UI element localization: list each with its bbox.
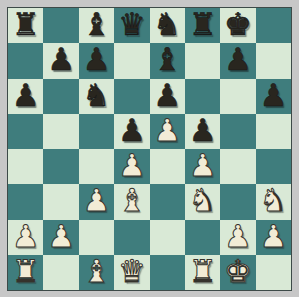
piece-white-bishop: ♝ xyxy=(118,185,146,216)
piece-black-pawn: ♟ xyxy=(259,80,287,111)
piece-black-rook: ♜ xyxy=(189,9,217,40)
piece-white-pawn: ♟ xyxy=(83,185,111,216)
square-e8[interactable]: ♞ xyxy=(150,8,185,43)
square-c7[interactable]: ♟ xyxy=(79,43,114,78)
square-d8[interactable]: ♛ xyxy=(114,8,149,43)
square-h8[interactable] xyxy=(256,8,291,43)
square-g8[interactable]: ♚ xyxy=(220,8,255,43)
square-h7[interactable] xyxy=(256,43,291,78)
piece-white-bishop: ♝ xyxy=(83,256,111,287)
piece-white-pawn: ♟ xyxy=(47,221,75,252)
chess-board: ♜♝♛♞♜♚♟♟♝♟♟♞♟♟♟♟♟♟♟♟♝♞♞♟♟♟♟♜♝♛♜♚ xyxy=(8,8,291,290)
square-a6[interactable]: ♟ xyxy=(8,79,43,114)
square-c5[interactable] xyxy=(79,114,114,149)
square-e2[interactable] xyxy=(150,220,185,255)
square-h6[interactable]: ♟ xyxy=(256,79,291,114)
square-f8[interactable]: ♜ xyxy=(185,8,220,43)
square-e6[interactable]: ♟ xyxy=(150,79,185,114)
chess-board-frame: ♜♝♛♞♜♚♟♟♝♟♟♞♟♟♟♟♟♟♟♟♝♞♞♟♟♟♟♜♝♛♜♚ xyxy=(7,7,292,291)
piece-black-pawn: ♟ xyxy=(118,115,146,146)
square-a3[interactable] xyxy=(8,184,43,219)
piece-black-pawn: ♟ xyxy=(189,115,217,146)
square-h4[interactable] xyxy=(256,149,291,184)
square-c2[interactable] xyxy=(79,220,114,255)
square-h1[interactable] xyxy=(256,255,291,290)
square-e4[interactable] xyxy=(150,149,185,184)
piece-black-king: ♚ xyxy=(224,9,252,40)
square-d4[interactable]: ♟ xyxy=(114,149,149,184)
piece-white-knight: ♞ xyxy=(259,185,287,216)
square-e1[interactable] xyxy=(150,255,185,290)
piece-white-pawn: ♟ xyxy=(12,221,40,252)
piece-white-king: ♚ xyxy=(224,256,252,287)
square-a4[interactable] xyxy=(8,149,43,184)
piece-black-pawn: ♟ xyxy=(224,44,252,75)
piece-white-pawn: ♟ xyxy=(118,150,146,181)
piece-white-pawn: ♟ xyxy=(189,150,217,181)
piece-black-bishop: ♝ xyxy=(83,9,111,40)
square-f7[interactable] xyxy=(185,43,220,78)
square-b2[interactable]: ♟ xyxy=(43,220,78,255)
square-c1[interactable]: ♝ xyxy=(79,255,114,290)
square-g4[interactable] xyxy=(220,149,255,184)
piece-white-pawn: ♟ xyxy=(224,221,252,252)
piece-black-knight: ♞ xyxy=(83,80,111,111)
piece-white-queen: ♛ xyxy=(118,256,146,287)
square-g5[interactable] xyxy=(220,114,255,149)
square-f5[interactable]: ♟ xyxy=(185,114,220,149)
piece-black-pawn: ♟ xyxy=(83,44,111,75)
square-b6[interactable] xyxy=(43,79,78,114)
square-b8[interactable] xyxy=(43,8,78,43)
square-a1[interactable]: ♜ xyxy=(8,255,43,290)
square-d5[interactable]: ♟ xyxy=(114,114,149,149)
piece-white-rook: ♜ xyxy=(189,256,217,287)
piece-black-knight: ♞ xyxy=(153,9,181,40)
square-a5[interactable] xyxy=(8,114,43,149)
piece-white-pawn: ♟ xyxy=(259,221,287,252)
square-f3[interactable]: ♞ xyxy=(185,184,220,219)
piece-white-rook: ♜ xyxy=(12,256,40,287)
screenshot-canvas: ♜♝♛♞♜♚♟♟♝♟♟♞♟♟♟♟♟♟♟♟♝♞♞♟♟♟♟♜♝♛♜♚ xyxy=(0,0,299,297)
piece-white-knight: ♞ xyxy=(189,185,217,216)
square-b7[interactable]: ♟ xyxy=(43,43,78,78)
square-h5[interactable] xyxy=(256,114,291,149)
square-a7[interactable] xyxy=(8,43,43,78)
square-c4[interactable] xyxy=(79,149,114,184)
piece-black-pawn: ♟ xyxy=(12,80,40,111)
square-h2[interactable]: ♟ xyxy=(256,220,291,255)
square-h3[interactable]: ♞ xyxy=(256,184,291,219)
piece-white-pawn: ♟ xyxy=(153,115,181,146)
square-g3[interactable] xyxy=(220,184,255,219)
square-d3[interactable]: ♝ xyxy=(114,184,149,219)
square-a2[interactable]: ♟ xyxy=(8,220,43,255)
square-d7[interactable] xyxy=(114,43,149,78)
square-b1[interactable] xyxy=(43,255,78,290)
square-d2[interactable] xyxy=(114,220,149,255)
square-g2[interactable]: ♟ xyxy=(220,220,255,255)
square-f4[interactable]: ♟ xyxy=(185,149,220,184)
square-a8[interactable]: ♜ xyxy=(8,8,43,43)
square-b5[interactable] xyxy=(43,114,78,149)
square-e3[interactable] xyxy=(150,184,185,219)
square-g7[interactable]: ♟ xyxy=(220,43,255,78)
square-g1[interactable]: ♚ xyxy=(220,255,255,290)
square-e7[interactable]: ♝ xyxy=(150,43,185,78)
piece-black-pawn: ♟ xyxy=(47,44,75,75)
square-c8[interactable]: ♝ xyxy=(79,8,114,43)
piece-black-queen: ♛ xyxy=(118,9,146,40)
square-f6[interactable] xyxy=(185,79,220,114)
square-f2[interactable] xyxy=(185,220,220,255)
square-e5[interactable]: ♟ xyxy=(150,114,185,149)
piece-black-rook: ♜ xyxy=(12,9,40,40)
square-d1[interactable]: ♛ xyxy=(114,255,149,290)
square-d6[interactable] xyxy=(114,79,149,114)
piece-black-pawn: ♟ xyxy=(153,80,181,111)
square-b4[interactable] xyxy=(43,149,78,184)
square-g6[interactable] xyxy=(220,79,255,114)
square-c6[interactable]: ♞ xyxy=(79,79,114,114)
square-c3[interactable]: ♟ xyxy=(79,184,114,219)
square-b3[interactable] xyxy=(43,184,78,219)
square-f1[interactable]: ♜ xyxy=(185,255,220,290)
piece-black-bishop: ♝ xyxy=(153,44,181,75)
